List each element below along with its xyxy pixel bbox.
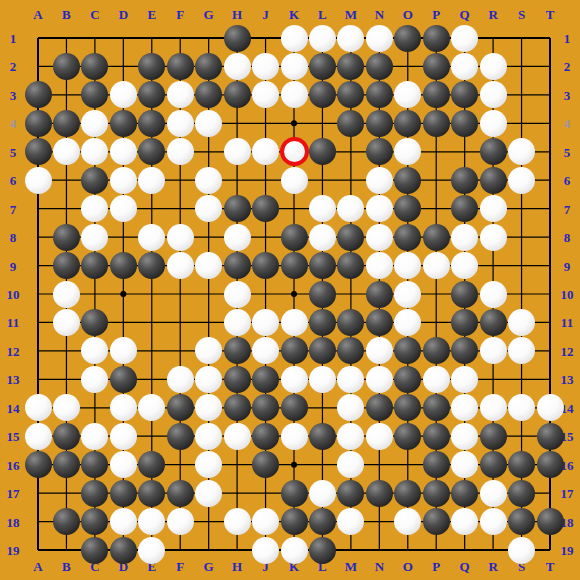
- stone-L11[interactable]: [309, 309, 336, 336]
- col-label-bottom-H: H: [232, 560, 242, 573]
- row-label-right-9: 9: [564, 259, 571, 272]
- stone-K14[interactable]: [281, 394, 308, 421]
- stone-Q4[interactable]: [451, 110, 478, 137]
- stone-R17[interactable]: [480, 480, 507, 507]
- stone-G4[interactable]: [195, 110, 222, 137]
- row-label-left-2: 2: [10, 60, 17, 73]
- stone-G17[interactable]: [195, 480, 222, 507]
- stone-D3[interactable]: [110, 81, 137, 108]
- col-label-top-M: M: [345, 8, 357, 21]
- stone-S17[interactable]: [508, 480, 535, 507]
- stone-N6[interactable]: [366, 167, 393, 194]
- stone-R18[interactable]: [480, 508, 507, 535]
- stone-Q15[interactable]: [451, 423, 478, 450]
- stone-H1[interactable]: [224, 25, 251, 52]
- stone-K8[interactable]: [281, 224, 308, 251]
- stone-L2[interactable]: [309, 53, 336, 80]
- stone-O10[interactable]: [394, 281, 421, 308]
- stone-O8[interactable]: [394, 224, 421, 251]
- stone-P12[interactable]: [423, 337, 450, 364]
- stone-H12[interactable]: [224, 337, 251, 364]
- stone-D13[interactable]: [110, 366, 137, 393]
- row-label-left-13: 13: [7, 373, 20, 386]
- stone-B15[interactable]: [53, 423, 80, 450]
- stone-F13[interactable]: [167, 366, 194, 393]
- col-label-top-K: K: [289, 8, 299, 21]
- stone-J2[interactable]: [252, 53, 279, 80]
- row-label-right-6: 6: [564, 174, 571, 187]
- stone-A16[interactable]: [25, 451, 52, 478]
- stone-J18[interactable]: [252, 508, 279, 535]
- stone-L10[interactable]: [309, 281, 336, 308]
- stone-D16[interactable]: [110, 451, 137, 478]
- stone-Q17[interactable]: [451, 480, 478, 507]
- row-label-left-7: 7: [10, 202, 17, 215]
- stone-N7[interactable]: [366, 195, 393, 222]
- stone-H15[interactable]: [224, 423, 251, 450]
- stone-O1[interactable]: [394, 25, 421, 52]
- stone-B18[interactable]: [53, 508, 80, 535]
- stone-N11[interactable]: [366, 309, 393, 336]
- stone-R12[interactable]: [480, 337, 507, 364]
- stone-K15[interactable]: [281, 423, 308, 450]
- col-label-top-S: S: [518, 8, 525, 21]
- stone-S19[interactable]: [508, 537, 535, 564]
- stone-K1[interactable]: [281, 25, 308, 52]
- stone-N4[interactable]: [366, 110, 393, 137]
- stone-O15[interactable]: [394, 423, 421, 450]
- stone-B10[interactable]: [53, 281, 80, 308]
- stone-E6[interactable]: [138, 167, 165, 194]
- stone-M1[interactable]: [337, 25, 364, 52]
- col-label-bottom-P: P: [432, 560, 440, 573]
- stone-M13[interactable]: [337, 366, 364, 393]
- stone-F9[interactable]: [167, 252, 194, 279]
- stone-K11[interactable]: [281, 309, 308, 336]
- stone-K6[interactable]: [281, 167, 308, 194]
- stone-L19[interactable]: [309, 537, 336, 564]
- stone-F3[interactable]: [167, 81, 194, 108]
- stone-G15[interactable]: [195, 423, 222, 450]
- go-board[interactable]: AABBCCDDEEFFGGHHJJKKLLMMNNOOPPQQRRSSTT11…: [0, 0, 580, 580]
- stone-R6[interactable]: [480, 167, 507, 194]
- stone-J11[interactable]: [252, 309, 279, 336]
- stone-N14[interactable]: [366, 394, 393, 421]
- stone-F15[interactable]: [167, 423, 194, 450]
- stone-F2[interactable]: [167, 53, 194, 80]
- stone-D12[interactable]: [110, 337, 137, 364]
- row-label-right-2: 2: [564, 60, 571, 73]
- stone-C15[interactable]: [81, 423, 108, 450]
- stone-F14[interactable]: [167, 394, 194, 421]
- stone-N3[interactable]: [366, 81, 393, 108]
- stone-N13[interactable]: [366, 366, 393, 393]
- stone-J9[interactable]: [252, 252, 279, 279]
- stone-D7[interactable]: [110, 195, 137, 222]
- col-label-top-F: F: [176, 8, 184, 21]
- col-label-top-A: A: [33, 8, 42, 21]
- row-label-left-15: 15: [7, 430, 20, 443]
- stone-R5[interactable]: [480, 138, 507, 165]
- col-label-top-R: R: [488, 8, 497, 21]
- stone-E17[interactable]: [138, 480, 165, 507]
- stone-H14[interactable]: [224, 394, 251, 421]
- row-label-right-19: 19: [561, 544, 574, 557]
- stone-K12[interactable]: [281, 337, 308, 364]
- row-label-left-12: 12: [7, 344, 20, 357]
- stone-Q8[interactable]: [451, 224, 478, 251]
- stone-J7[interactable]: [252, 195, 279, 222]
- row-label-right-13: 13: [561, 373, 574, 386]
- stone-N12[interactable]: [366, 337, 393, 364]
- stone-P17[interactable]: [423, 480, 450, 507]
- col-label-bottom-O: O: [403, 560, 413, 573]
- stone-A5[interactable]: [25, 138, 52, 165]
- stone-L15[interactable]: [309, 423, 336, 450]
- stone-H2[interactable]: [224, 53, 251, 80]
- row-label-right-3: 3: [564, 88, 571, 101]
- stone-R7[interactable]: [480, 195, 507, 222]
- stone-R2[interactable]: [480, 53, 507, 80]
- stone-M8[interactable]: [337, 224, 364, 251]
- stone-C4[interactable]: [81, 110, 108, 137]
- row-label-left-18: 18: [7, 515, 20, 528]
- stone-Q9[interactable]: [451, 252, 478, 279]
- stone-N9[interactable]: [366, 252, 393, 279]
- stone-N5[interactable]: [366, 138, 393, 165]
- col-label-top-E: E: [147, 8, 156, 21]
- stone-P13[interactable]: [423, 366, 450, 393]
- stone-R14[interactable]: [480, 394, 507, 421]
- row-label-right-11: 11: [561, 316, 573, 329]
- stone-R4[interactable]: [480, 110, 507, 137]
- star-point-K16: [291, 462, 297, 468]
- stone-S11[interactable]: [508, 309, 535, 336]
- row-label-right-7: 7: [564, 202, 571, 215]
- col-label-top-L: L: [318, 8, 327, 21]
- stone-L17[interactable]: [309, 480, 336, 507]
- row-label-left-9: 9: [10, 259, 17, 272]
- col-label-top-Q: Q: [460, 8, 470, 21]
- stone-R16[interactable]: [480, 451, 507, 478]
- row-label-left-16: 16: [7, 458, 20, 471]
- stone-J13[interactable]: [252, 366, 279, 393]
- stone-H5[interactable]: [224, 138, 251, 165]
- col-label-top-C: C: [90, 8, 99, 21]
- stone-G13[interactable]: [195, 366, 222, 393]
- col-label-top-G: G: [204, 8, 214, 21]
- row-label-right-4: 4: [564, 117, 571, 130]
- col-label-bottom-T: T: [546, 560, 555, 573]
- col-label-bottom-R: R: [488, 560, 497, 573]
- col-label-bottom-N: N: [375, 560, 384, 573]
- row-label-left-8: 8: [10, 231, 17, 244]
- stone-B14[interactable]: [53, 394, 80, 421]
- stone-B2[interactable]: [53, 53, 80, 80]
- stone-N2[interactable]: [366, 53, 393, 80]
- stone-F8[interactable]: [167, 224, 194, 251]
- stone-J16[interactable]: [252, 451, 279, 478]
- col-label-bottom-F: F: [176, 560, 184, 573]
- stone-G6[interactable]: [195, 167, 222, 194]
- stone-B8[interactable]: [53, 224, 80, 251]
- row-label-left-10: 10: [7, 288, 20, 301]
- stone-L18[interactable]: [309, 508, 336, 535]
- stone-P18[interactable]: [423, 508, 450, 535]
- stone-P15[interactable]: [423, 423, 450, 450]
- stone-B11[interactable]: [53, 309, 80, 336]
- stone-D6[interactable]: [110, 167, 137, 194]
- col-label-top-P: P: [432, 8, 440, 21]
- stone-O13[interactable]: [394, 366, 421, 393]
- marked-last-move-stone-K5[interactable]: [280, 137, 309, 166]
- stone-N10[interactable]: [366, 281, 393, 308]
- stone-K9[interactable]: [281, 252, 308, 279]
- stone-G2[interactable]: [195, 53, 222, 80]
- col-label-top-H: H: [232, 8, 242, 21]
- stone-M4[interactable]: [337, 110, 364, 137]
- stone-Q18[interactable]: [451, 508, 478, 535]
- stone-E19[interactable]: [138, 537, 165, 564]
- stone-Q6[interactable]: [451, 167, 478, 194]
- stone-D18[interactable]: [110, 508, 137, 535]
- stone-H10[interactable]: [224, 281, 251, 308]
- stone-K3[interactable]: [281, 81, 308, 108]
- row-label-left-3: 3: [10, 88, 17, 101]
- row-label-right-12: 12: [561, 344, 574, 357]
- stone-C17[interactable]: [81, 480, 108, 507]
- stone-E8[interactable]: [138, 224, 165, 251]
- stone-K17[interactable]: [281, 480, 308, 507]
- stone-P3[interactable]: [423, 81, 450, 108]
- stone-H11[interactable]: [224, 309, 251, 336]
- stone-K13[interactable]: [281, 366, 308, 393]
- stone-S16[interactable]: [508, 451, 535, 478]
- stone-A15[interactable]: [25, 423, 52, 450]
- stone-C13[interactable]: [81, 366, 108, 393]
- stone-C8[interactable]: [81, 224, 108, 251]
- stone-Q13[interactable]: [451, 366, 478, 393]
- stone-P2[interactable]: [423, 53, 450, 80]
- stone-B4[interactable]: [53, 110, 80, 137]
- col-label-top-J: J: [262, 8, 269, 21]
- stone-H7[interactable]: [224, 195, 251, 222]
- row-label-right-1: 1: [564, 32, 571, 45]
- stone-J15[interactable]: [252, 423, 279, 450]
- col-label-top-O: O: [403, 8, 413, 21]
- row-label-left-5: 5: [10, 145, 17, 158]
- row-label-left-1: 1: [10, 32, 17, 45]
- stone-B16[interactable]: [53, 451, 80, 478]
- stone-D9[interactable]: [110, 252, 137, 279]
- stone-N8[interactable]: [366, 224, 393, 251]
- col-label-top-B: B: [62, 8, 71, 21]
- stone-N17[interactable]: [366, 480, 393, 507]
- stone-K18[interactable]: [281, 508, 308, 535]
- stone-H8[interactable]: [224, 224, 251, 251]
- stone-E4[interactable]: [138, 110, 165, 137]
- stone-R11[interactable]: [480, 309, 507, 336]
- row-label-left-14: 14: [7, 401, 20, 414]
- stone-T16[interactable]: [537, 451, 564, 478]
- stone-D15[interactable]: [110, 423, 137, 450]
- stone-L7[interactable]: [309, 195, 336, 222]
- star-point-K4: [291, 120, 297, 126]
- stone-P1[interactable]: [423, 25, 450, 52]
- stone-M15[interactable]: [337, 423, 364, 450]
- stone-F5[interactable]: [167, 138, 194, 165]
- stone-G9[interactable]: [195, 252, 222, 279]
- stone-D4[interactable]: [110, 110, 137, 137]
- col-label-top-T: T: [546, 8, 555, 21]
- row-label-right-10: 10: [561, 288, 574, 301]
- stone-P14[interactable]: [423, 394, 450, 421]
- col-label-bottom-G: G: [204, 560, 214, 573]
- stone-H18[interactable]: [224, 508, 251, 535]
- stone-C19[interactable]: [81, 537, 108, 564]
- stone-K19[interactable]: [281, 537, 308, 564]
- star-point-D10: [120, 291, 126, 297]
- row-label-left-11: 11: [7, 316, 19, 329]
- stone-D17[interactable]: [110, 480, 137, 507]
- stone-E2[interactable]: [138, 53, 165, 80]
- stone-A4[interactable]: [25, 110, 52, 137]
- stone-L5[interactable]: [309, 138, 336, 165]
- stone-T15[interactable]: [537, 423, 564, 450]
- stone-O17[interactable]: [394, 480, 421, 507]
- row-label-right-5: 5: [564, 145, 571, 158]
- col-label-bottom-Q: Q: [460, 560, 470, 573]
- stone-N15[interactable]: [366, 423, 393, 450]
- stone-D19[interactable]: [110, 537, 137, 564]
- col-label-top-N: N: [375, 8, 384, 21]
- stone-H9[interactable]: [224, 252, 251, 279]
- stone-B5[interactable]: [53, 138, 80, 165]
- stone-Q10[interactable]: [451, 281, 478, 308]
- stone-R3[interactable]: [480, 81, 507, 108]
- stone-Q1[interactable]: [451, 25, 478, 52]
- row-label-left-19: 19: [7, 544, 20, 557]
- stone-T14[interactable]: [537, 394, 564, 421]
- stone-S6[interactable]: [508, 167, 535, 194]
- stone-S18[interactable]: [508, 508, 535, 535]
- stone-J19[interactable]: [252, 537, 279, 564]
- stone-K2[interactable]: [281, 53, 308, 80]
- stone-L9[interactable]: [309, 252, 336, 279]
- stone-P4[interactable]: [423, 110, 450, 137]
- stone-N1[interactable]: [366, 25, 393, 52]
- stone-Q2[interactable]: [451, 53, 478, 80]
- col-label-bottom-B: B: [62, 560, 71, 573]
- stone-H13[interactable]: [224, 366, 251, 393]
- stone-O6[interactable]: [394, 167, 421, 194]
- stone-P16[interactable]: [423, 451, 450, 478]
- col-label-bottom-A: A: [33, 560, 42, 573]
- stone-F17[interactable]: [167, 480, 194, 507]
- stone-L13[interactable]: [309, 366, 336, 393]
- stone-F18[interactable]: [167, 508, 194, 535]
- stone-P8[interactable]: [423, 224, 450, 251]
- stone-D5[interactable]: [110, 138, 137, 165]
- stone-C6[interactable]: [81, 167, 108, 194]
- col-label-top-D: D: [119, 8, 128, 21]
- row-label-left-4: 4: [10, 117, 17, 130]
- stone-L1[interactable]: [309, 25, 336, 52]
- stone-R15[interactable]: [480, 423, 507, 450]
- stone-B9[interactable]: [53, 252, 80, 279]
- stone-O11[interactable]: [394, 309, 421, 336]
- stone-R8[interactable]: [480, 224, 507, 251]
- row-label-left-6: 6: [10, 174, 17, 187]
- stone-P9[interactable]: [423, 252, 450, 279]
- stone-H3[interactable]: [224, 81, 251, 108]
- stone-D14[interactable]: [110, 394, 137, 421]
- stone-O4[interactable]: [394, 110, 421, 137]
- stone-A6[interactable]: [25, 167, 52, 194]
- stone-A3[interactable]: [25, 81, 52, 108]
- star-point-K10: [291, 291, 297, 297]
- row-label-left-17: 17: [7, 487, 20, 500]
- stone-Q11[interactable]: [451, 309, 478, 336]
- row-label-right-17: 17: [561, 487, 574, 500]
- stone-F4[interactable]: [167, 110, 194, 137]
- col-label-bottom-M: M: [345, 560, 357, 573]
- stone-T18[interactable]: [537, 508, 564, 535]
- stone-A14[interactable]: [25, 394, 52, 421]
- stone-M17[interactable]: [337, 480, 364, 507]
- row-label-right-8: 8: [564, 231, 571, 244]
- stone-L8[interactable]: [309, 224, 336, 251]
- stone-R10[interactable]: [480, 281, 507, 308]
